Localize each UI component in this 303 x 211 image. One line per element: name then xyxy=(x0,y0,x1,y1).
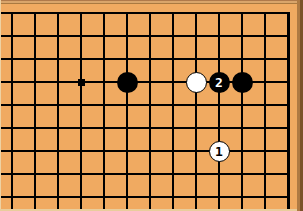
go-board-diagram: 21 xyxy=(0,0,303,211)
grid-line-horizontal xyxy=(0,127,290,129)
grid-line-vertical xyxy=(11,12,13,209)
grid-line-horizontal xyxy=(0,104,290,106)
diagram-frame-left xyxy=(0,0,1,211)
grid-line-vertical xyxy=(172,12,174,209)
grid-line-vertical xyxy=(264,12,266,209)
board-edge-right xyxy=(287,12,290,209)
black-stone xyxy=(232,72,253,93)
star-point-marker xyxy=(78,79,85,86)
grid-line-horizontal xyxy=(0,150,290,152)
grid-line-vertical xyxy=(126,12,128,209)
grid-line-horizontal xyxy=(0,173,290,175)
white-stone: 1 xyxy=(209,141,230,162)
grid-line-vertical xyxy=(57,12,59,209)
grid-line-vertical xyxy=(241,12,243,209)
black-stone: 2 xyxy=(209,72,230,93)
diagram-frame-right xyxy=(297,0,303,211)
grid-line-horizontal xyxy=(0,196,290,198)
grid-line-vertical xyxy=(80,12,82,209)
grid-line-vertical xyxy=(218,12,220,209)
grid-line-vertical xyxy=(149,12,151,209)
black-stone xyxy=(117,72,138,93)
move-number-label: 2 xyxy=(215,76,223,89)
grid-line-vertical xyxy=(103,12,105,209)
move-number-label: 1 xyxy=(215,145,223,158)
board-edge-top xyxy=(0,12,290,14)
grid-line-horizontal xyxy=(0,58,290,60)
grid-line-vertical xyxy=(34,12,36,209)
white-stone xyxy=(186,72,207,93)
grid-line-vertical xyxy=(195,12,197,209)
diagram-frame-bottom xyxy=(0,209,303,211)
grid-line-horizontal xyxy=(0,35,290,37)
diagram-frame-top xyxy=(0,0,303,4)
